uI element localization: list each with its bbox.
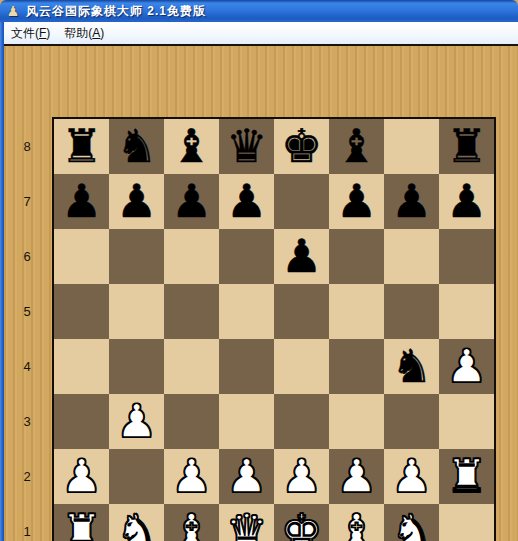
square-c5[interactable] <box>164 284 219 339</box>
rank-label-7: 7 <box>4 174 50 229</box>
square-g4[interactable]: ♞ <box>384 339 439 394</box>
square-b4[interactable] <box>109 339 164 394</box>
square-c2[interactable]: ♟ <box>164 449 219 504</box>
black-pawn: ♟ <box>446 174 487 229</box>
rank-label-1: 1 <box>4 504 50 541</box>
square-h6[interactable] <box>439 229 494 284</box>
menu-file-label: 文件( <box>11 26 39 40</box>
square-a7[interactable]: ♟ <box>54 174 109 229</box>
menu-help[interactable]: 帮助(A) <box>57 23 111 44</box>
square-a2[interactable]: ♟ <box>54 449 109 504</box>
square-e8[interactable]: ♚ <box>274 119 329 174</box>
black-pawn: ♟ <box>116 174 157 229</box>
square-a4[interactable] <box>54 339 109 394</box>
square-e2[interactable]: ♟ <box>274 449 329 504</box>
menu-file-label-close: ) <box>46 26 50 40</box>
white-rook: ♜ <box>446 449 487 504</box>
square-c8[interactable]: ♝ <box>164 119 219 174</box>
square-b6[interactable] <box>109 229 164 284</box>
white-pawn: ♟ <box>116 394 157 449</box>
white-pawn: ♟ <box>391 449 432 504</box>
window-title: 风云谷国际象棋大师 2.1免费版 <box>26 3 206 20</box>
square-f7[interactable]: ♟ <box>329 174 384 229</box>
square-b1[interactable]: ♞ <box>109 504 164 541</box>
square-d8[interactable]: ♛ <box>219 119 274 174</box>
square-b7[interactable]: ♟ <box>109 174 164 229</box>
square-d3[interactable] <box>219 394 274 449</box>
square-g7[interactable]: ♟ <box>384 174 439 229</box>
square-h8[interactable]: ♜ <box>439 119 494 174</box>
rank-labels: 87654321 <box>4 119 50 541</box>
square-a5[interactable] <box>54 284 109 339</box>
square-e7[interactable] <box>274 174 329 229</box>
square-c6[interactable] <box>164 229 219 284</box>
square-f2[interactable]: ♟ <box>329 449 384 504</box>
square-f5[interactable] <box>329 284 384 339</box>
black-queen: ♛ <box>226 119 267 174</box>
black-rook: ♜ <box>61 119 102 174</box>
square-e6[interactable]: ♟ <box>274 229 329 284</box>
square-g3[interactable] <box>384 394 439 449</box>
square-h1[interactable] <box>439 504 494 541</box>
rank-label-4: 4 <box>4 339 50 394</box>
square-c4[interactable] <box>164 339 219 394</box>
white-pawn: ♟ <box>226 449 267 504</box>
square-f1[interactable]: ♝ <box>329 504 384 541</box>
square-d5[interactable] <box>219 284 274 339</box>
square-g5[interactable] <box>384 284 439 339</box>
white-rook: ♜ <box>61 504 102 541</box>
square-f6[interactable] <box>329 229 384 284</box>
square-d4[interactable] <box>219 339 274 394</box>
title-bar[interactable]: ♟ 风云谷国际象棋大师 2.1免费版 <box>0 0 518 22</box>
square-h2[interactable]: ♜ <box>439 449 494 504</box>
square-e4[interactable] <box>274 339 329 394</box>
square-a1[interactable]: ♜ <box>54 504 109 541</box>
square-a6[interactable] <box>54 229 109 284</box>
square-b2[interactable] <box>109 449 164 504</box>
square-g1[interactable]: ♞ <box>384 504 439 541</box>
square-b3[interactable]: ♟ <box>109 394 164 449</box>
black-pawn: ♟ <box>281 229 322 284</box>
menu-bar: 文件(F) 帮助(A) <box>4 22 518 44</box>
black-pawn: ♟ <box>336 174 377 229</box>
white-pawn: ♟ <box>336 449 377 504</box>
app-window: ♟ 风云谷国际象棋大师 2.1免费版 文件(F) 帮助(A) 87654321 … <box>0 0 518 541</box>
square-e3[interactable] <box>274 394 329 449</box>
rank-label-3: 3 <box>4 394 50 449</box>
square-d7[interactable]: ♟ <box>219 174 274 229</box>
rank-label-2: 2 <box>4 449 50 504</box>
white-queen: ♛ <box>226 504 267 541</box>
menu-file[interactable]: 文件(F) <box>4 23 57 44</box>
menu-help-label: 帮助( <box>64 26 92 40</box>
square-h5[interactable] <box>439 284 494 339</box>
rank-label-8: 8 <box>4 119 50 174</box>
black-knight: ♞ <box>116 119 157 174</box>
white-king: ♚ <box>281 504 322 541</box>
square-c3[interactable] <box>164 394 219 449</box>
white-pawn: ♟ <box>171 449 212 504</box>
square-h3[interactable] <box>439 394 494 449</box>
square-f3[interactable] <box>329 394 384 449</box>
square-d6[interactable] <box>219 229 274 284</box>
black-pawn: ♟ <box>171 174 212 229</box>
square-c1[interactable]: ♝ <box>164 504 219 541</box>
chess-pawn-icon: ♟ <box>5 3 21 19</box>
chess-board: ♜♞♝♛♚♝♜♟♟♟♟♟♟♟♟♞♟♟♟♟♟♟♟♟♜♜♞♝♛♚♝♞ <box>52 117 496 541</box>
square-f4[interactable] <box>329 339 384 394</box>
black-pawn: ♟ <box>61 174 102 229</box>
square-e5[interactable] <box>274 284 329 339</box>
square-g8[interactable] <box>384 119 439 174</box>
board-frame: 87654321 ♜♞♝♛♚♝♜♟♟♟♟♟♟♟♟♞♟♟♟♟♟♟♟♟♜♜♞♝♛♚♝… <box>4 44 518 541</box>
square-e1[interactable]: ♚ <box>274 504 329 541</box>
white-pawn: ♟ <box>446 339 487 394</box>
white-knight: ♞ <box>391 504 432 541</box>
square-h4[interactable]: ♟ <box>439 339 494 394</box>
black-knight: ♞ <box>391 339 432 394</box>
square-d2[interactable]: ♟ <box>219 449 274 504</box>
square-b5[interactable] <box>109 284 164 339</box>
black-bishop: ♝ <box>336 119 377 174</box>
white-pawn: ♟ <box>281 449 322 504</box>
black-pawn: ♟ <box>226 174 267 229</box>
menu-help-label-close: ) <box>100 26 104 40</box>
white-knight: ♞ <box>116 504 157 541</box>
white-bishop: ♝ <box>336 504 377 541</box>
rank-label-6: 6 <box>4 229 50 284</box>
square-c7[interactable]: ♟ <box>164 174 219 229</box>
square-f8[interactable]: ♝ <box>329 119 384 174</box>
black-king: ♚ <box>281 119 322 174</box>
white-bishop: ♝ <box>171 504 212 541</box>
square-g2[interactable]: ♟ <box>384 449 439 504</box>
black-rook: ♜ <box>446 119 487 174</box>
square-d1[interactable]: ♛ <box>219 504 274 541</box>
square-a8[interactable]: ♜ <box>54 119 109 174</box>
black-pawn: ♟ <box>391 174 432 229</box>
square-h7[interactable]: ♟ <box>439 174 494 229</box>
window-left-border <box>0 22 4 541</box>
white-pawn: ♟ <box>61 449 102 504</box>
square-a3[interactable] <box>54 394 109 449</box>
black-bishop: ♝ <box>171 119 212 174</box>
square-g6[interactable] <box>384 229 439 284</box>
square-b8[interactable]: ♞ <box>109 119 164 174</box>
rank-label-5: 5 <box>4 284 50 339</box>
